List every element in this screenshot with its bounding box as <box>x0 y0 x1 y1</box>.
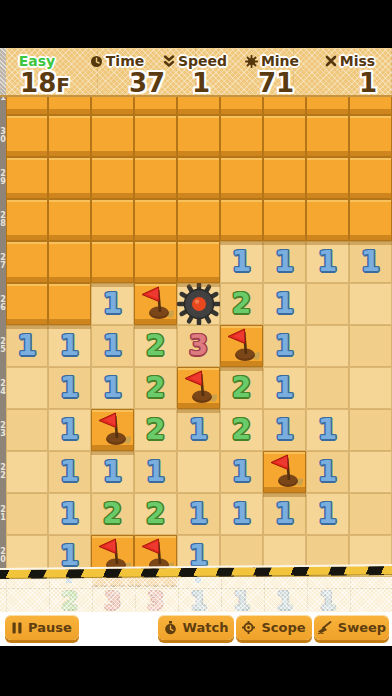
cell-r27-c2[interactable] <box>48 241 91 283</box>
tile-grid: 11111211112311122112121111111122111111 <box>6 97 392 577</box>
cell-r29-c9[interactable] <box>349 157 392 199</box>
cell-r23-c3[interactable] <box>91 409 134 451</box>
cell-r30-c3[interactable] <box>91 115 134 157</box>
cell-r30-c7[interactable] <box>263 115 306 157</box>
cell-r24-c3[interactable]: 1 <box>91 367 134 409</box>
cell-r24-c1[interactable] <box>6 367 48 409</box>
cell-r24-c8[interactable] <box>306 367 349 409</box>
cell-r31-c5[interactable] <box>177 97 220 115</box>
number-1: 1 <box>92 452 133 492</box>
top-letterbox-bar <box>0 0 392 48</box>
cell-r31-c8[interactable] <box>306 97 349 115</box>
mine-icon <box>245 55 258 68</box>
number-1: 1 <box>264 368 305 408</box>
passed-rows-fog: 2331111 <box>0 577 392 612</box>
cell-r28-c1[interactable] <box>6 199 48 241</box>
cell-r21-c8[interactable]: 1 <box>306 493 349 535</box>
cell-r22-c5[interactable] <box>177 451 220 493</box>
number-1: 1 <box>307 452 348 492</box>
flag-icon <box>267 452 303 492</box>
cell-r28-c3[interactable] <box>91 199 134 241</box>
broom-icon <box>317 621 332 634</box>
scope-icon <box>242 621 255 634</box>
cell-r29-c6[interactable] <box>220 157 263 199</box>
row-label-27: 2 7 <box>0 254 6 270</box>
number-1: 1 <box>264 284 305 324</box>
number-1: 1 <box>350 242 391 282</box>
cell-r29-c1[interactable] <box>6 157 48 199</box>
cell-r28-c4[interactable] <box>134 199 177 241</box>
miss-label: Miss <box>340 53 375 69</box>
cell-r22-c3[interactable]: 1 <box>91 451 134 493</box>
cell-r27-c3[interactable] <box>91 241 134 283</box>
mine-icon <box>174 279 224 329</box>
fog-hatch-overlay <box>0 577 392 612</box>
scope-button[interactable]: Scope <box>236 615 312 640</box>
number-2: 2 <box>135 410 176 450</box>
watch-button[interactable]: Watch <box>158 615 234 640</box>
cell-r29-c5[interactable] <box>177 157 220 199</box>
row-label-22: 2 2 <box>0 464 6 480</box>
cell-r28-c7[interactable] <box>263 199 306 241</box>
cell-r23-c7[interactable]: 1 <box>263 409 306 451</box>
cell-r26-c7[interactable]: 1 <box>263 283 306 325</box>
cell-r25-c1[interactable]: 1 <box>6 325 48 367</box>
cell-r29-c3[interactable] <box>91 157 134 199</box>
cell-r25-c9[interactable] <box>349 325 392 367</box>
cell-r23-c9[interactable] <box>349 409 392 451</box>
number-2: 2 <box>135 326 176 366</box>
cell-r26-c1[interactable] <box>6 283 48 325</box>
floor-number: 18 <box>20 68 56 98</box>
cell-r25-c3[interactable]: 1 <box>91 325 134 367</box>
miss-value: 1 <box>308 70 392 96</box>
cell-r21-c5[interactable]: 1 <box>177 493 220 535</box>
cell-r25-c5[interactable]: 3 <box>177 325 220 367</box>
number-1: 1 <box>178 410 219 450</box>
number-1: 1 <box>264 410 305 450</box>
number-1: 1 <box>92 368 133 408</box>
cell-r22-c1[interactable] <box>6 451 48 493</box>
cell-r25-c7[interactable]: 1 <box>263 325 306 367</box>
cell-r22-c7[interactable] <box>263 451 306 493</box>
cell-r30-c9[interactable] <box>349 115 392 157</box>
number-2: 2 <box>221 284 262 324</box>
row-label-25: 2 5 <box>0 338 6 354</box>
number-1: 1 <box>307 410 348 450</box>
number-1: 1 <box>92 326 133 366</box>
cell-r21-c3[interactable]: 2 <box>91 493 134 535</box>
double-chevron-down-icon <box>163 55 175 68</box>
cell-r26-c5[interactable] <box>177 283 220 325</box>
cell-r23-c4[interactable]: 2 <box>134 409 177 451</box>
cell-r23-c2[interactable]: 1 <box>48 409 91 451</box>
cell-r24-c9[interactable] <box>349 367 392 409</box>
cell-r22-c2[interactable]: 1 <box>48 451 91 493</box>
number-1: 1 <box>307 242 348 282</box>
number-1: 1 <box>307 494 348 534</box>
cell-r22-c4[interactable]: 1 <box>134 451 177 493</box>
cell-r27-c7[interactable]: 1 <box>263 241 306 283</box>
cell-r23-c6[interactable]: 2 <box>220 409 263 451</box>
number-1: 1 <box>49 494 90 534</box>
sweep-button[interactable]: Sweep <box>314 615 389 640</box>
cell-r24-c6[interactable]: 2 <box>220 367 263 409</box>
pause-label: Pause <box>28 620 72 635</box>
number-2: 2 <box>135 368 176 408</box>
row-label-31: 3 1 <box>0 97 6 102</box>
cell-r24-c4[interactable]: 2 <box>134 367 177 409</box>
cell-r23-c5[interactable]: 1 <box>177 409 220 451</box>
cell-r30-c6[interactable] <box>220 115 263 157</box>
cell-r31-c2[interactable] <box>48 97 91 115</box>
miss-label-group: Miss <box>290 53 392 69</box>
cell-r21-c9[interactable] <box>349 493 392 535</box>
minefield-board: 11111211112311122112121111111122111111 3… <box>0 97 392 577</box>
cell-r26-c4[interactable] <box>134 283 177 325</box>
game-screen: Easy 18F Time 37 Speed <box>0 0 392 696</box>
number-1: 1 <box>49 368 90 408</box>
cell-r26-c6[interactable]: 2 <box>220 283 263 325</box>
number-3: 3 <box>178 326 219 366</box>
number-1: 1 <box>178 494 219 534</box>
row-label-24: 2 4 <box>0 380 6 396</box>
cell-r27-c1[interactable] <box>6 241 48 283</box>
row-label-23: 2 3 <box>0 422 6 438</box>
hud-header: Easy 18F Time 37 Speed <box>0 48 392 97</box>
number-2: 2 <box>92 494 133 534</box>
watch-label: Watch <box>183 620 229 635</box>
cell-r26-c2[interactable] <box>48 283 91 325</box>
sweep-label: Sweep <box>338 620 386 635</box>
number-1: 1 <box>49 452 90 492</box>
cell-r25-c6[interactable] <box>220 325 263 367</box>
number-1: 1 <box>7 326 47 366</box>
cell-r28-c6[interactable] <box>220 199 263 241</box>
cell-r21-c2[interactable]: 1 <box>48 493 91 535</box>
number-2: 2 <box>221 368 262 408</box>
control-bar: Pause Watch Scope <box>0 612 392 646</box>
cell-r24-c5[interactable] <box>177 367 220 409</box>
cell-r28-c9[interactable] <box>349 199 392 241</box>
cell-r26-c3[interactable]: 1 <box>91 283 134 325</box>
bottom-letterbox-bar <box>0 646 392 696</box>
number-1: 1 <box>92 284 133 324</box>
row-label-21: 2 1 <box>0 506 6 522</box>
floor-suffix: F <box>56 73 70 97</box>
row-label-30: 3 0 <box>0 128 6 144</box>
cell-r29-c7[interactable] <box>263 157 306 199</box>
flag-icon <box>95 410 131 450</box>
number-1: 1 <box>221 242 262 282</box>
cell-r25-c4[interactable]: 2 <box>134 325 177 367</box>
cell-r29-c2[interactable] <box>48 157 91 199</box>
cell-r31-c9[interactable] <box>349 97 392 115</box>
number-1: 1 <box>264 494 305 534</box>
cell-r21-c1[interactable] <box>6 493 48 535</box>
stopwatch-icon <box>164 621 177 635</box>
cell-r30-c8[interactable] <box>306 115 349 157</box>
cell-r21-c6[interactable]: 1 <box>220 493 263 535</box>
scope-label: Scope <box>261 620 305 635</box>
cell-r26-c8[interactable] <box>306 283 349 325</box>
cell-r28-c8[interactable] <box>306 199 349 241</box>
pause-button[interactable]: Pause <box>5 615 79 640</box>
cell-r27-c9[interactable]: 1 <box>349 241 392 283</box>
cell-r25-c8[interactable] <box>306 325 349 367</box>
cell-r30-c2[interactable] <box>48 115 91 157</box>
number-2: 2 <box>221 410 262 450</box>
cell-r29-c4[interactable] <box>134 157 177 199</box>
number-1: 1 <box>264 242 305 282</box>
cell-r26-c9[interactable] <box>349 283 392 325</box>
cell-r27-c6[interactable]: 1 <box>220 241 263 283</box>
row-label-20: 2 0 <box>0 548 6 564</box>
cell-r31-c4[interactable] <box>134 97 177 115</box>
cell-r28-c2[interactable] <box>48 199 91 241</box>
row-label-26: 2 6 <box>0 296 6 312</box>
row-label-29: 2 9 <box>0 170 6 186</box>
number-1: 1 <box>135 452 176 492</box>
x-miss-icon <box>325 55 337 67</box>
flag-icon <box>138 284 174 324</box>
number-2: 2 <box>135 494 176 534</box>
cell-r24-c7[interactable]: 1 <box>263 367 306 409</box>
number-1: 1 <box>49 410 90 450</box>
cell-r30-c5[interactable] <box>177 115 220 157</box>
flag-icon <box>224 326 260 366</box>
number-1: 1 <box>221 494 262 534</box>
cell-r24-c2[interactable]: 1 <box>48 367 91 409</box>
cell-r27-c8[interactable]: 1 <box>306 241 349 283</box>
number-1: 1 <box>221 452 262 492</box>
cell-r22-c8[interactable]: 1 <box>306 451 349 493</box>
flag-icon <box>181 368 217 408</box>
row-number-strip: 3 13 02 92 82 72 62 52 42 32 22 12 0 <box>0 97 6 577</box>
cell-r31-c6[interactable] <box>220 97 263 115</box>
cell-r27-c4[interactable] <box>134 241 177 283</box>
clock-icon <box>90 55 103 68</box>
number-1: 1 <box>264 326 305 366</box>
cell-r21-c7[interactable]: 1 <box>263 493 306 535</box>
cell-r23-c8[interactable]: 1 <box>306 409 349 451</box>
cell-r25-c2[interactable]: 1 <box>48 325 91 367</box>
pause-icon <box>12 622 22 634</box>
cell-r29-c8[interactable] <box>306 157 349 199</box>
row-label-28: 2 8 <box>0 212 6 228</box>
cell-r23-c1[interactable] <box>6 409 48 451</box>
cell-r27-c5[interactable] <box>177 241 220 283</box>
cell-r22-c6[interactable]: 1 <box>220 451 263 493</box>
cell-r30-c4[interactable] <box>134 115 177 157</box>
cell-r31-c1[interactable] <box>6 97 48 115</box>
cell-r31-c7[interactable] <box>263 97 306 115</box>
cell-r31-c3[interactable] <box>91 97 134 115</box>
cell-r21-c4[interactable]: 2 <box>134 493 177 535</box>
cell-r22-c9[interactable] <box>349 451 392 493</box>
number-1: 1 <box>49 326 90 366</box>
cell-r30-c1[interactable] <box>6 115 48 157</box>
cell-r28-c5[interactable] <box>177 199 220 241</box>
